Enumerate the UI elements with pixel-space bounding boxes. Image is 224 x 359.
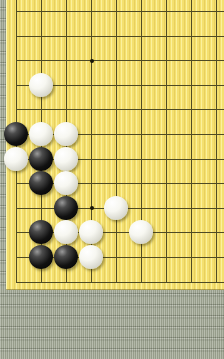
grid-line-vertical [116,0,117,283]
grid-line-horizontal [16,282,224,283]
grid-line-vertical [191,0,192,283]
grid-line-horizontal [16,109,224,110]
grid-line-horizontal [16,36,224,37]
white-stone [54,122,78,146]
toolbar: No.3 [0,290,224,359]
white-stone [104,196,128,220]
grid-line-vertical [216,0,217,283]
grid-line-horizontal [16,11,224,12]
app-screen: No.3 [0,0,224,359]
go-board[interactable] [6,0,224,290]
black-stone [29,147,53,171]
grid-line-horizontal [16,60,224,61]
white-stone [54,171,78,195]
white-stone [79,220,103,244]
white-stone [4,147,28,171]
black-stone [29,171,53,195]
white-stone [54,147,78,171]
white-stone [29,73,53,97]
star-point [90,206,94,210]
black-stone [29,245,53,269]
black-stone [54,245,78,269]
grid-line-vertical [166,0,167,283]
black-stone [29,220,53,244]
black-stone [4,122,28,146]
white-stone [29,122,53,146]
white-stone [54,220,78,244]
white-stone [79,245,103,269]
white-stone [129,220,153,244]
black-stone [54,196,78,220]
star-point [90,59,94,63]
